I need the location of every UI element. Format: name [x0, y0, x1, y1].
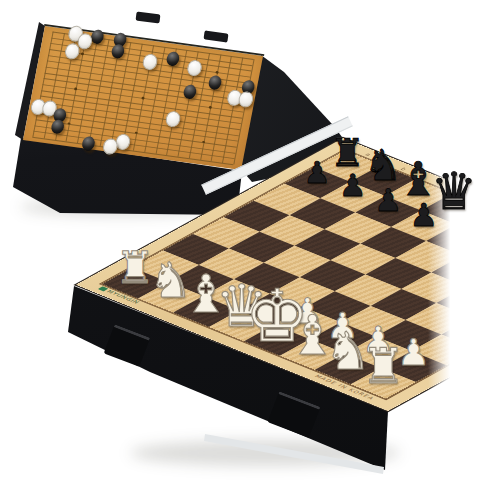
chess-case-handle[interactable]	[268, 391, 321, 438]
chess-board-shadow	[130, 440, 400, 466]
chess-piece-black-pawn[interactable]: ♟	[409, 199, 437, 230]
product-photo: abcdefgh MYUNGIN MADE IN KOREA ♜♞♝♛♟♟♟♟♜…	[0, 0, 500, 500]
photo-right-fade	[428, 78, 500, 442]
chess-case-latch[interactable]	[104, 324, 151, 367]
go-board-shadow	[20, 198, 220, 216]
chess-piece-black-queen[interactable]: ♛	[431, 166, 477, 217]
chess-piece-black-pawn[interactable]: ♟	[339, 171, 366, 201]
chess-piece-black-pawn[interactable]: ♟	[374, 185, 402, 216]
chess-piece-white-rook[interactable]: ♜	[361, 342, 405, 391]
chess-piece-black-pawn[interactable]: ♟	[304, 158, 331, 188]
chess-piece-black-rook[interactable]: ♜	[330, 134, 365, 173]
chess-piece-black-knight[interactable]: ♞	[364, 144, 402, 187]
go-board[interactable]	[23, 26, 263, 170]
go-case-hinge-tab	[136, 12, 161, 24]
go-case-hinge-tab	[203, 30, 228, 42]
